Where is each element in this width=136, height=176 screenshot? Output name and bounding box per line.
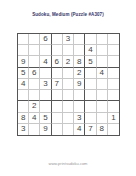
sudoku-board: 6349462855624437928453139478: [17, 33, 120, 136]
sudoku-cell-r4c8: 4: [97, 68, 108, 79]
sudoku-cell-r1c7: [85, 34, 96, 45]
sudoku-cell-r8c5: [63, 113, 74, 124]
sudoku-cell-r5c4: 7: [52, 79, 63, 90]
footer-url: www.printsudoku.com: [0, 161, 136, 166]
sudoku-cell-r6c1: [18, 90, 29, 101]
sudoku-cell-r8c2: 4: [29, 113, 40, 124]
sudoku-cell-r8c6: 3: [74, 113, 85, 124]
sudoku-cell-r3c2: [29, 56, 40, 67]
sudoku-cell-r7c3: [40, 101, 51, 112]
sudoku-cell-r3c5: 2: [63, 56, 74, 67]
sudoku-cell-r8c7: [85, 113, 96, 124]
sudoku-cell-r1c3: 6: [40, 34, 51, 45]
sudoku-cell-r8c8: [97, 113, 108, 124]
sudoku-cell-r6c2: [29, 90, 40, 101]
sudoku-cell-r7c8: [97, 101, 108, 112]
sudoku-cell-r5c7: [85, 79, 96, 90]
sudoku-cell-r7c2: 2: [29, 101, 40, 112]
sudoku-cell-r5c1: 4: [18, 79, 29, 90]
sudoku-cell-r7c9: [108, 101, 119, 112]
sudoku-cell-r6c8: [97, 90, 108, 101]
sudoku-cell-r7c4: [52, 101, 63, 112]
sudoku-cell-r4c2: 6: [29, 68, 40, 79]
sudoku-cell-r8c9: 1: [108, 113, 119, 124]
sudoku-cell-r9c3: 9: [40, 124, 51, 135]
sudoku-cell-r2c3: [40, 45, 51, 56]
sudoku-cell-r6c3: [40, 90, 51, 101]
sudoku-cell-r9c7: 7: [85, 124, 96, 135]
sudoku-cell-r7c5: [63, 101, 74, 112]
sudoku-cell-r1c8: [97, 34, 108, 45]
sudoku-cell-r4c7: [85, 68, 96, 79]
sudoku-cell-r1c4: [52, 34, 63, 45]
sudoku-cell-r5c5: [63, 79, 74, 90]
sudoku-cell-r9c2: [29, 124, 40, 135]
sudoku-cell-r9c4: [52, 124, 63, 135]
sudoku-cell-r8c3: 5: [40, 113, 51, 124]
sudoku-cell-r9c6: 4: [74, 124, 85, 135]
sudoku-cell-r7c7: [85, 101, 96, 112]
sudoku-cell-r6c7: [85, 90, 96, 101]
sudoku-cell-r5c2: [29, 79, 40, 90]
sudoku-cell-r4c5: [63, 68, 74, 79]
sudoku-cell-r4c3: [40, 68, 51, 79]
sudoku-cell-r1c2: [29, 34, 40, 45]
sudoku-cell-r3c9: [108, 56, 119, 67]
sudoku-cell-r2c7: 4: [85, 45, 96, 56]
sudoku-cell-r6c6: [74, 90, 85, 101]
sudoku-cell-r5c9: [108, 79, 119, 90]
sudoku-cell-r1c5: 3: [63, 34, 74, 45]
sudoku-cell-r2c1: [18, 45, 29, 56]
sudoku-cell-r6c5: [63, 90, 74, 101]
sudoku-cell-r9c9: [108, 124, 119, 135]
sudoku-cell-r4c6: 2: [74, 68, 85, 79]
sudoku-cell-r5c3: 3: [40, 79, 51, 90]
sudoku-cell-r3c4: 6: [52, 56, 63, 67]
sudoku-cell-r6c9: [108, 90, 119, 101]
sudoku-cell-r2c8: [97, 45, 108, 56]
sudoku-cell-r7c6: [74, 101, 85, 112]
sudoku-cell-r2c5: [63, 45, 74, 56]
sudoku-cell-r9c8: 8: [97, 124, 108, 135]
sudoku-cell-r6c4: [52, 90, 63, 101]
page-root: Sudoku, Medium (Puzzle #A307) 6349462855…: [0, 0, 136, 176]
sudoku-cell-r7c1: [18, 101, 29, 112]
sudoku-cell-r3c3: 4: [40, 56, 51, 67]
sudoku-cell-r3c6: 8: [74, 56, 85, 67]
sudoku-cell-r1c6: [74, 34, 85, 45]
sudoku-cell-r3c7: 5: [85, 56, 96, 67]
sudoku-cell-r2c9: [108, 45, 119, 56]
sudoku-cell-r4c4: [52, 68, 63, 79]
puzzle-title: Sudoku, Medium (Puzzle #A307): [0, 12, 136, 17]
sudoku-cell-r9c5: [63, 124, 74, 135]
sudoku-cell-r5c8: [97, 79, 108, 90]
sudoku-cell-r1c1: [18, 34, 29, 45]
sudoku-cell-r2c2: [29, 45, 40, 56]
sudoku-cell-r9c1: 3: [18, 124, 29, 135]
sudoku-cell-r4c9: [108, 68, 119, 79]
sudoku-cell-r8c4: [52, 113, 63, 124]
sudoku-cell-r1c9: [108, 34, 119, 45]
sudoku-cell-r4c1: 5: [18, 68, 29, 79]
sudoku-cell-r5c6: 9: [74, 79, 85, 90]
sudoku-cell-r2c6: [74, 45, 85, 56]
sudoku-cell-r2c4: [52, 45, 63, 56]
sudoku-cell-r3c8: [97, 56, 108, 67]
sudoku-cell-r8c1: 8: [18, 113, 29, 124]
sudoku-cell-r3c1: 9: [18, 56, 29, 67]
